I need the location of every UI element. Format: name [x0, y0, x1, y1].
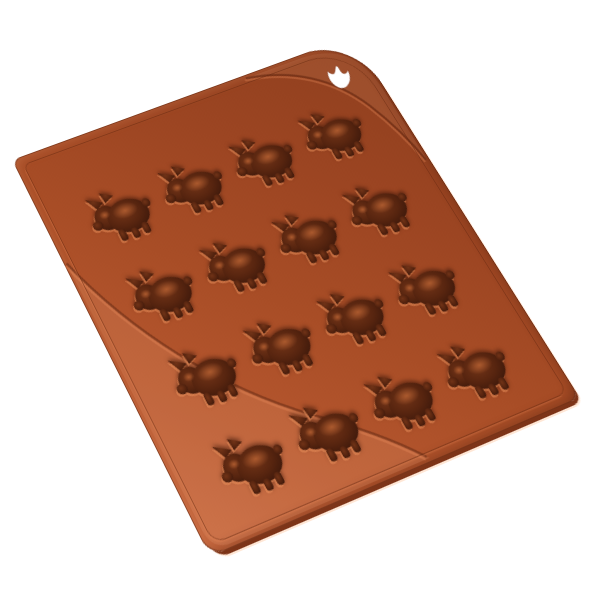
- tulip-hole: [326, 66, 353, 89]
- silicone-mold: [12, 36, 580, 557]
- cavity-grid: [66, 86, 539, 526]
- photo-canvas: [0, 0, 600, 600]
